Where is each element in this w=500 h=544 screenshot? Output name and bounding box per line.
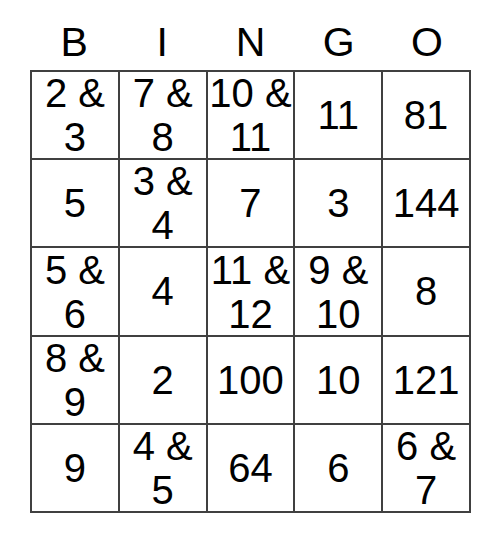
bingo-cell-r5c2: 4 & 5 xyxy=(120,425,206,511)
bingo-cell-r3c2: 4 xyxy=(120,248,206,334)
bingo-cell-r3c4: 9 & 10 xyxy=(295,248,381,334)
bingo-header-row: B I N G O xyxy=(30,0,471,70)
bingo-cell-r1c2: 7 & 8 xyxy=(120,72,206,158)
bingo-cell-r1c5: 81 xyxy=(383,72,469,158)
bingo-card-page: B I N G O 2 & 37 & 810 & 11118153 & 4731… xyxy=(0,0,500,544)
header-letter-o: O xyxy=(383,0,471,70)
bingo-cell-r2c3: 7 xyxy=(208,160,294,246)
bingo-board: 2 & 37 & 810 & 11118153 & 4731445 & 6411… xyxy=(30,70,471,513)
bingo-cell-r3c1: 5 & 6 xyxy=(32,248,118,334)
bingo-cell-r5c1: 9 xyxy=(32,425,118,511)
bingo-cell-r1c4: 11 xyxy=(295,72,381,158)
bingo-cell-r4c5: 121 xyxy=(383,337,469,423)
bingo-cell-r3c5: 8 xyxy=(383,248,469,334)
bingo-cell-r2c4: 3 xyxy=(295,160,381,246)
bingo-cell-r1c3: 10 & 11 xyxy=(208,72,294,158)
bingo-cell-r4c1: 8 & 9 xyxy=(32,337,118,423)
bingo-cell-r2c5: 144 xyxy=(383,160,469,246)
header-letter-i: I xyxy=(118,0,206,70)
bingo-cell-r2c2: 3 & 4 xyxy=(120,160,206,246)
header-letter-b: B xyxy=(30,0,118,70)
header-letter-g: G xyxy=(295,0,383,70)
bingo-cell-r4c3: 100 xyxy=(208,337,294,423)
bingo-cell-r5c4: 6 xyxy=(295,425,381,511)
bingo-cell-r2c1: 5 xyxy=(32,160,118,246)
bingo-cell-r4c2: 2 xyxy=(120,337,206,423)
bingo-cell-r3c3: 11 & 12 xyxy=(208,248,294,334)
bingo-cell-r1c1: 2 & 3 xyxy=(32,72,118,158)
bingo-cell-r5c3: 64 xyxy=(208,425,294,511)
header-letter-n: N xyxy=(206,0,294,70)
bingo-cell-r4c4: 10 xyxy=(295,337,381,423)
bingo-cell-r5c5: 6 & 7 xyxy=(383,425,469,511)
